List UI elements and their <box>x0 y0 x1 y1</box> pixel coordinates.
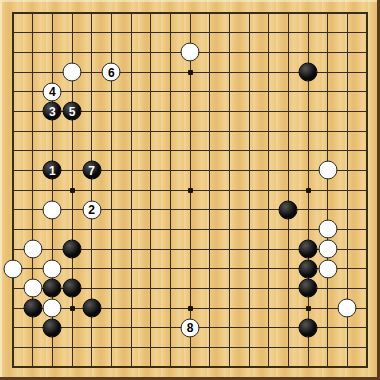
grid-vline <box>366 12 368 368</box>
stone-white-move-2[interactable]: 2 <box>82 200 101 219</box>
star-point <box>70 306 75 311</box>
star-point <box>188 188 193 193</box>
grid-vline <box>327 12 328 368</box>
stone-white-move-6[interactable]: 6 <box>102 63 121 82</box>
grid-vline <box>229 12 230 368</box>
stone-black[interactable] <box>23 299 42 318</box>
stone-black-move-5[interactable]: 5 <box>63 102 82 121</box>
stone-white[interactable] <box>4 259 23 278</box>
star-point <box>70 188 75 193</box>
stone-black[interactable] <box>299 240 318 259</box>
stone-black-move-3[interactable]: 3 <box>43 102 62 121</box>
stone-white[interactable] <box>43 200 62 219</box>
star-point <box>188 70 193 75</box>
stone-black-move-1[interactable]: 1 <box>43 161 62 180</box>
stone-white-move-8[interactable]: 8 <box>181 318 200 337</box>
stone-white-move-4[interactable]: 4 <box>43 82 62 101</box>
stone-white[interactable] <box>318 240 337 259</box>
stone-white[interactable] <box>318 161 337 180</box>
grid-vline <box>209 12 210 368</box>
stone-black[interactable] <box>299 318 318 337</box>
stone-white[interactable] <box>23 240 42 259</box>
stone-black[interactable] <box>299 279 318 298</box>
stone-white[interactable] <box>23 279 42 298</box>
go-board[interactable]: 64351728 <box>0 0 380 380</box>
stone-white[interactable] <box>318 220 337 239</box>
stone-white[interactable] <box>43 259 62 278</box>
stone-black-move-7[interactable]: 7 <box>82 161 101 180</box>
stone-white[interactable] <box>318 259 337 278</box>
star-point <box>306 188 311 193</box>
stone-black[interactable] <box>63 240 82 259</box>
stone-black[interactable] <box>63 279 82 298</box>
stone-black[interactable] <box>299 259 318 278</box>
stone-black[interactable] <box>43 279 62 298</box>
grid-hline <box>12 347 368 348</box>
stone-white[interactable] <box>181 43 200 62</box>
grid-hline <box>12 229 368 230</box>
stone-white[interactable] <box>43 299 62 318</box>
stone-white[interactable] <box>338 299 357 318</box>
star-point <box>306 306 311 311</box>
stone-black[interactable] <box>82 299 101 318</box>
stone-white[interactable] <box>63 63 82 82</box>
star-point <box>188 306 193 311</box>
grid-vline <box>268 12 269 368</box>
stone-black[interactable] <box>43 318 62 337</box>
grid-hline <box>12 209 368 210</box>
grid-vline <box>288 12 289 368</box>
stone-black[interactable] <box>299 63 318 82</box>
grid-hline <box>12 366 368 368</box>
grid-vline <box>249 12 250 368</box>
stone-black[interactable] <box>279 200 298 219</box>
